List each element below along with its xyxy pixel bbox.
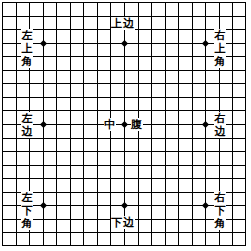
board-cell — [232, 124, 246, 138]
board-cell — [56, 178, 70, 192]
board-cell — [2, 138, 16, 152]
board-cell — [219, 232, 233, 246]
board-cell — [151, 138, 165, 152]
board-cell — [97, 219, 111, 233]
board-cell — [232, 232, 246, 246]
board-cell — [56, 70, 70, 84]
board-cell — [2, 124, 16, 138]
board-cell — [29, 83, 43, 97]
label-center-left-char: 中 — [104, 118, 116, 131]
board-cell — [219, 97, 233, 111]
board-cell — [56, 110, 70, 124]
board-cell — [70, 232, 84, 246]
board-cell — [16, 16, 30, 30]
board-cell — [151, 232, 165, 246]
board-cell — [205, 232, 219, 246]
board-cell — [124, 2, 138, 16]
board-cell — [165, 138, 179, 152]
board-cell — [138, 16, 152, 30]
board-cell — [110, 178, 124, 192]
board-cell — [151, 97, 165, 111]
board-cell — [165, 29, 179, 43]
board-cell — [124, 56, 138, 70]
board-cell — [83, 178, 97, 192]
board-cell — [56, 151, 70, 165]
board-cell — [165, 110, 179, 124]
board-cell — [2, 165, 16, 179]
board-cell — [165, 232, 179, 246]
board-cell — [138, 2, 152, 16]
board-cell — [2, 43, 16, 57]
label-lower-left-corner: 左下角 — [21, 191, 33, 230]
board-cell — [16, 97, 30, 111]
board-cell — [29, 151, 43, 165]
board-cell — [232, 83, 246, 97]
board-cell — [165, 16, 179, 30]
board-cell — [110, 165, 124, 179]
board-cell — [110, 232, 124, 246]
board-cell — [70, 43, 84, 57]
board-cell — [16, 83, 30, 97]
board-cell — [2, 56, 16, 70]
board-cell — [124, 70, 138, 84]
board-cell — [110, 151, 124, 165]
board-cell — [110, 2, 124, 16]
board-cell — [138, 178, 152, 192]
board-cell — [70, 83, 84, 97]
board-cell — [205, 165, 219, 179]
board-cell — [83, 138, 97, 152]
board-cell — [219, 2, 233, 16]
board-cell — [43, 151, 57, 165]
board-cell — [138, 192, 152, 206]
board-cell — [70, 97, 84, 111]
board-cell — [219, 70, 233, 84]
board-cell — [83, 70, 97, 84]
board-cell — [83, 2, 97, 16]
board-cell — [56, 192, 70, 206]
board-cell — [97, 165, 111, 179]
board-cell — [178, 56, 192, 70]
board-cell — [29, 70, 43, 84]
board-cell — [16, 165, 30, 179]
board-cell — [165, 178, 179, 192]
board-cell — [205, 70, 219, 84]
board-cell — [205, 138, 219, 152]
board-cell — [2, 2, 16, 16]
board-cell — [192, 151, 206, 165]
board-cell — [56, 219, 70, 233]
board-cell — [70, 124, 84, 138]
board-cell — [2, 232, 16, 246]
board-cell — [192, 178, 206, 192]
board-cell — [138, 219, 152, 233]
board-cell — [29, 165, 43, 179]
board-cell — [83, 97, 97, 111]
board-cell — [56, 232, 70, 246]
board-cell — [205, 2, 219, 16]
board-cell — [138, 83, 152, 97]
board-cell — [192, 138, 206, 152]
board-cell — [151, 205, 165, 219]
board-cell — [192, 165, 206, 179]
board-cell — [138, 232, 152, 246]
board-cell — [138, 97, 152, 111]
board-cell — [97, 70, 111, 84]
board-cell — [97, 97, 111, 111]
board-cell — [151, 151, 165, 165]
board-cell — [178, 43, 192, 57]
board-cell — [83, 124, 97, 138]
board-cell — [232, 16, 246, 30]
board-cell — [165, 97, 179, 111]
board-cell — [16, 232, 30, 246]
board-cell — [219, 138, 233, 152]
board-cell — [2, 70, 16, 84]
board-cell — [70, 2, 84, 16]
board-cell — [70, 56, 84, 70]
board-cell — [29, 232, 43, 246]
board-cell — [192, 97, 206, 111]
board-cell — [2, 83, 16, 97]
board-cell — [83, 83, 97, 97]
board-cell — [97, 56, 111, 70]
board-cell — [110, 138, 124, 152]
board-cell — [56, 56, 70, 70]
label-lower-right-corner: 右下角 — [214, 191, 226, 230]
board-cell — [83, 110, 97, 124]
board-cell — [219, 151, 233, 165]
board-cell — [178, 97, 192, 111]
board-cell — [151, 56, 165, 70]
board-cell — [124, 83, 138, 97]
board-cell — [83, 205, 97, 219]
board-cell — [178, 16, 192, 30]
board-cell — [83, 29, 97, 43]
board-cell — [2, 110, 16, 124]
board-cell — [2, 16, 16, 30]
board-cell — [43, 56, 57, 70]
board-cell — [219, 16, 233, 30]
board-cell — [232, 219, 246, 233]
board-cell — [138, 29, 152, 43]
board-cell — [151, 124, 165, 138]
board-cell — [43, 16, 57, 30]
board-cell — [219, 178, 233, 192]
board-cell — [124, 165, 138, 179]
label-bottom-side: 下边 — [111, 216, 135, 229]
board-cell — [205, 97, 219, 111]
board-cell — [178, 70, 192, 84]
board-cell — [151, 178, 165, 192]
board-cell — [151, 192, 165, 206]
board-cell — [165, 2, 179, 16]
board-cell — [124, 138, 138, 152]
board-cell — [192, 56, 206, 70]
board-cell — [138, 151, 152, 165]
board-cell — [232, 138, 246, 152]
board-cell — [83, 232, 97, 246]
board-cell — [56, 124, 70, 138]
board-cell — [138, 43, 152, 57]
board-cell — [43, 2, 57, 16]
label-center-right-char: 腹 — [131, 118, 143, 131]
board-cell — [124, 232, 138, 246]
board-cell — [97, 192, 111, 206]
board-cell — [165, 151, 179, 165]
board-cell — [16, 2, 30, 16]
board-cell — [205, 83, 219, 97]
board-cell — [70, 16, 84, 30]
board-cell — [151, 2, 165, 16]
board-cell — [29, 2, 43, 16]
board-cell — [16, 178, 30, 192]
board-cell — [178, 124, 192, 138]
board-cell — [97, 29, 111, 43]
board-cell — [178, 83, 192, 97]
board-cell — [43, 232, 57, 246]
board-cell — [178, 219, 192, 233]
board-cell — [151, 70, 165, 84]
board-cell — [70, 29, 84, 43]
board-cell — [138, 165, 152, 179]
go-board: 左上角 上边 右上角 左边 中 腹 右边 左下角 下边 右下角 — [0, 0, 251, 251]
board-cell — [97, 2, 111, 16]
board-cell — [124, 97, 138, 111]
board-cell — [165, 56, 179, 70]
board-cell — [178, 232, 192, 246]
board-cell — [232, 192, 246, 206]
board-cell — [43, 219, 57, 233]
board-cell — [192, 232, 206, 246]
board-cell — [110, 97, 124, 111]
board-cell — [70, 165, 84, 179]
board-cell — [56, 43, 70, 57]
board-cell — [29, 97, 43, 111]
board-cell — [151, 165, 165, 179]
board-cell — [232, 70, 246, 84]
board-cell — [70, 178, 84, 192]
board-cell — [219, 83, 233, 97]
board-cell — [97, 83, 111, 97]
board-cell — [151, 16, 165, 30]
board-cell — [138, 205, 152, 219]
label-right-side: 右边 — [214, 112, 226, 138]
board-cell — [232, 178, 246, 192]
board-cell — [151, 219, 165, 233]
label-upper-right-corner: 右上角 — [214, 29, 226, 68]
board-cell — [178, 192, 192, 206]
board-cell — [16, 70, 30, 84]
board-cell — [138, 56, 152, 70]
board-cell — [178, 205, 192, 219]
label-upper-left-corner: 左上角 — [21, 29, 33, 68]
board-cell — [178, 165, 192, 179]
board-cell — [83, 192, 97, 206]
board-cell — [219, 165, 233, 179]
board-cell — [192, 16, 206, 30]
board-cell — [29, 138, 43, 152]
board-cell — [43, 138, 57, 152]
board-cell — [56, 83, 70, 97]
board-cell — [2, 205, 16, 219]
board-cell — [138, 138, 152, 152]
board-cell — [43, 165, 57, 179]
board-cell — [56, 165, 70, 179]
board-cell — [43, 97, 57, 111]
label-left-side: 左边 — [21, 112, 33, 138]
board-cell — [165, 43, 179, 57]
board-cell — [83, 151, 97, 165]
board-cell — [232, 2, 246, 16]
label-top-side: 上边 — [111, 17, 135, 30]
board-cell — [70, 219, 84, 233]
board-cell — [124, 151, 138, 165]
board-cell — [70, 138, 84, 152]
board-cell — [2, 192, 16, 206]
board-cell — [16, 151, 30, 165]
board-cell — [165, 83, 179, 97]
board-cell — [56, 16, 70, 30]
board-cell — [232, 165, 246, 179]
board-cell — [97, 205, 111, 219]
board-cell — [97, 178, 111, 192]
board-cell — [192, 2, 206, 16]
board-cell — [70, 151, 84, 165]
board-cell — [192, 70, 206, 84]
board-cell — [232, 29, 246, 43]
board-cell — [232, 151, 246, 165]
board-cell — [192, 83, 206, 97]
board-cell — [16, 138, 30, 152]
board-cell — [97, 138, 111, 152]
board-cell — [110, 70, 124, 84]
board-cell — [151, 110, 165, 124]
board-cell — [97, 151, 111, 165]
board-cell — [165, 124, 179, 138]
board-cell — [124, 178, 138, 192]
board-cell — [205, 16, 219, 30]
board-cell — [110, 83, 124, 97]
board-cell — [178, 110, 192, 124]
board-cell — [83, 56, 97, 70]
board-cell — [56, 205, 70, 219]
board-cell — [178, 138, 192, 152]
board-cell — [178, 151, 192, 165]
board-cell — [70, 110, 84, 124]
board-cell — [2, 219, 16, 233]
board-cell — [205, 151, 219, 165]
board-cell — [178, 29, 192, 43]
board-cell — [2, 97, 16, 111]
board-cell — [205, 178, 219, 192]
board-cell — [43, 83, 57, 97]
board-cell — [151, 83, 165, 97]
board-cell — [29, 178, 43, 192]
board-cell — [232, 56, 246, 70]
board-cell — [97, 232, 111, 246]
board-cell — [151, 43, 165, 57]
board-cell — [165, 219, 179, 233]
board-cell — [138, 70, 152, 84]
board-cell — [83, 165, 97, 179]
board-cell — [110, 56, 124, 70]
board-cell — [70, 70, 84, 84]
board-cell — [29, 16, 43, 30]
board-cell — [83, 43, 97, 57]
board-cell — [178, 178, 192, 192]
board-cell — [2, 151, 16, 165]
board-cell — [43, 70, 57, 84]
board-cell — [97, 43, 111, 57]
board-cell — [165, 205, 179, 219]
board-cell — [165, 70, 179, 84]
board-cell — [70, 192, 84, 206]
board-cell — [151, 29, 165, 43]
board-cell — [165, 165, 179, 179]
board-cell — [97, 16, 111, 30]
board-cell — [192, 219, 206, 233]
board-cell — [43, 178, 57, 192]
board-cell — [232, 97, 246, 111]
board-cell — [2, 178, 16, 192]
board-cell — [232, 205, 246, 219]
board-cell — [83, 16, 97, 30]
board-cell — [2, 29, 16, 43]
board-cell — [56, 97, 70, 111]
board-cell — [232, 110, 246, 124]
board-cell — [165, 192, 179, 206]
board-cell — [56, 2, 70, 16]
board-cell — [232, 43, 246, 57]
board-cell — [178, 2, 192, 16]
board-cell — [56, 29, 70, 43]
board-cell — [83, 219, 97, 233]
board-cell — [56, 138, 70, 152]
board-cell — [70, 205, 84, 219]
